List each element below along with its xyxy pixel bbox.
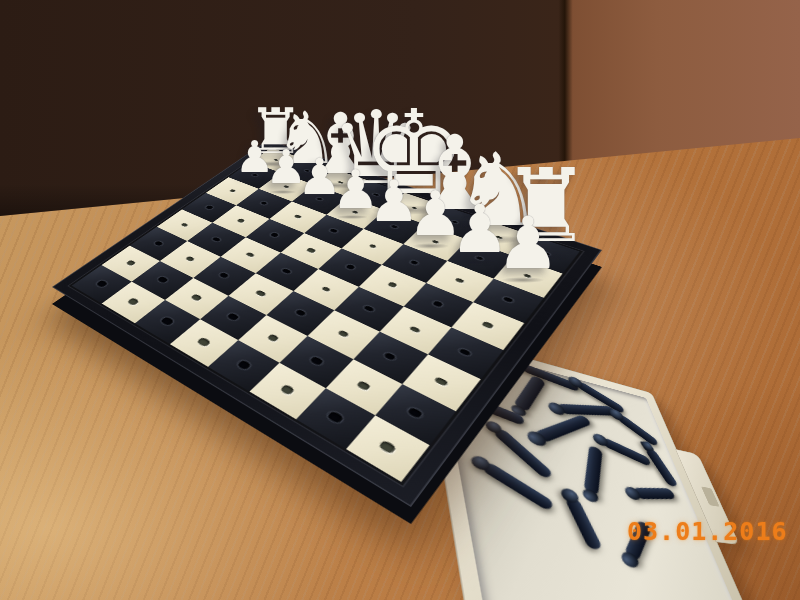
peg-hole <box>280 384 295 395</box>
peg-hole <box>157 276 168 283</box>
peg-hole <box>434 377 448 387</box>
black-piece-knight <box>582 444 604 503</box>
peg-hole <box>369 244 377 249</box>
peg-hole <box>306 248 315 253</box>
peg-hole <box>321 286 332 292</box>
peg-hole <box>205 205 213 209</box>
peg-hole <box>542 252 549 256</box>
date-stamp: 03.01.2016 <box>627 517 788 546</box>
piece-body <box>564 498 603 549</box>
peg-hole <box>379 440 396 453</box>
peg-hole <box>237 360 251 370</box>
peg-hole <box>96 280 108 288</box>
peg-hole <box>387 282 397 288</box>
peg-hole <box>476 256 484 261</box>
peg-hole <box>180 222 189 227</box>
peg-hole <box>410 260 419 265</box>
peg-hole <box>310 356 324 365</box>
peg-hole <box>316 197 323 200</box>
peg-hole <box>252 173 258 176</box>
peg-hole <box>227 313 239 321</box>
peg-hole <box>237 218 245 223</box>
peg-hole <box>282 268 292 274</box>
peg-hole <box>411 206 417 209</box>
peg-hole <box>495 235 502 239</box>
peg-hole <box>229 189 236 193</box>
peg-hole <box>126 260 137 267</box>
piece-head <box>592 431 608 447</box>
peg-hole <box>373 193 379 196</box>
peg-hole <box>459 348 471 356</box>
peg-hole <box>356 381 370 391</box>
peg-hole <box>185 256 195 262</box>
peg-hole <box>295 309 307 317</box>
black-piece-king <box>526 414 593 447</box>
peg-hole <box>327 411 343 423</box>
peg-hole <box>433 301 443 307</box>
peg-hole <box>260 201 267 205</box>
peg-hole <box>294 214 302 218</box>
peg-hole <box>267 334 280 343</box>
peg-hole <box>345 264 355 270</box>
peg-hole <box>409 326 421 334</box>
peg-hole <box>504 297 514 303</box>
peg-hole <box>384 352 397 361</box>
peg-hole <box>432 240 440 244</box>
peg-hole <box>390 225 397 229</box>
peg-hole <box>304 169 310 172</box>
peg-hole <box>524 274 532 279</box>
peg-hole <box>154 240 164 246</box>
peg-hole <box>219 272 230 279</box>
peg-hole <box>337 181 343 184</box>
peg-hole <box>283 185 289 188</box>
peg-hole <box>245 252 255 258</box>
black-piece-pawn <box>624 487 677 500</box>
peg-hole <box>408 407 423 418</box>
piece-body <box>617 414 659 447</box>
peg-hole <box>363 305 374 312</box>
peg-hole <box>452 220 459 224</box>
peg-hole <box>127 298 139 306</box>
piece-head <box>558 488 581 502</box>
peg-hole <box>273 159 278 162</box>
peg-hole <box>191 294 203 302</box>
peg-hole <box>212 237 221 242</box>
peg-hole <box>161 317 174 326</box>
peg-hole <box>337 330 349 338</box>
peg-hole <box>270 233 279 238</box>
peg-hole <box>482 322 493 329</box>
peg-hole <box>330 229 338 233</box>
peg-hole <box>255 290 266 297</box>
photo-scene: ♜♞♝♛♚♝♞♜♟♟♟♟♟♟♟♟ 03.01.2016 <box>0 0 800 600</box>
peg-hole <box>455 278 464 283</box>
peg-hole <box>197 337 211 346</box>
peg-hole <box>352 210 359 214</box>
